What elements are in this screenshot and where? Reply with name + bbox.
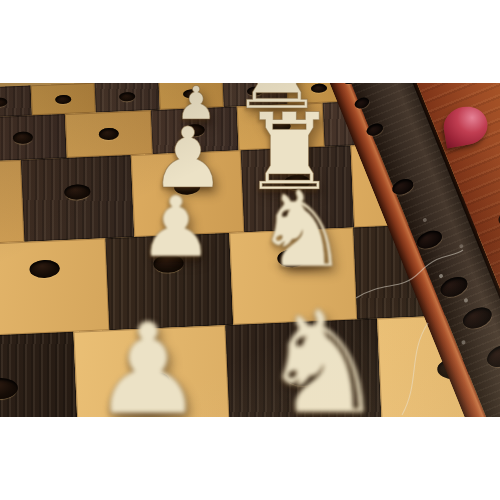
white-knight-b: ♞ <box>252 292 394 417</box>
letterbox-top <box>0 0 500 83</box>
photo-canvas: ♜♟♟♟♜♞♟♞ <box>0 0 500 500</box>
letterbox-bottom <box>0 417 500 500</box>
photo-area: ♜♟♟♟♜♞♟♞ <box>0 83 500 417</box>
white-knight-a: ♞ <box>249 177 355 283</box>
white-pawn-d: ♟ <box>85 307 211 417</box>
white-pawn-c: ♟ <box>134 185 218 269</box>
piece-layer: ♜♟♟♟♜♞♟♞ <box>0 83 500 417</box>
